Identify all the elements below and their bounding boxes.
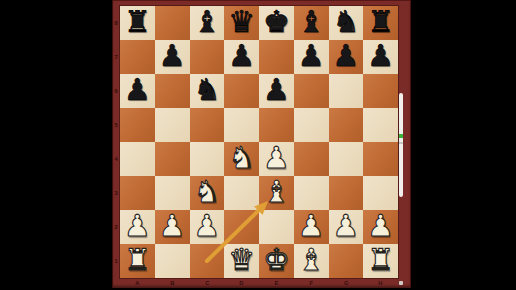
scrollbar-divider <box>399 142 403 144</box>
rank-label-1: 1 <box>114 251 119 271</box>
square-g7[interactable]: ♟ <box>329 40 364 74</box>
square-g6[interactable] <box>329 74 364 108</box>
square-d8[interactable]: ♛ <box>224 6 259 40</box>
square-a1[interactable]: ♜ <box>120 244 155 278</box>
square-a7[interactable] <box>120 40 155 74</box>
square-b3[interactable] <box>155 176 190 210</box>
square-d1[interactable]: ♛ <box>224 244 259 278</box>
scrollbar-end-speck <box>399 281 403 285</box>
square-e1[interactable]: ♚ <box>259 244 294 278</box>
rank-label-8: 8 <box>114 13 119 33</box>
square-g8[interactable]: ♞ <box>329 6 364 40</box>
black-pawn[interactable]: ♟ <box>159 40 186 73</box>
square-c1[interactable] <box>190 244 225 278</box>
square-c8[interactable]: ♝ <box>190 6 225 40</box>
black-bishop[interactable]: ♝ <box>298 6 325 39</box>
square-g4[interactable] <box>329 142 364 176</box>
square-e5[interactable] <box>259 108 294 142</box>
black-pawn[interactable]: ♟ <box>332 40 359 73</box>
black-queen[interactable]: ♛ <box>228 6 255 39</box>
file-label-D: D <box>232 280 252 286</box>
black-pawn[interactable]: ♟ <box>263 74 290 107</box>
square-g1[interactable] <box>329 244 364 278</box>
black-king[interactable]: ♚ <box>263 6 290 39</box>
black-pawn[interactable]: ♟ <box>367 40 394 73</box>
square-a4[interactable] <box>120 142 155 176</box>
chess-board: ♜♝♛♚♝♞♜♟♟♟♟♟♟♞♟♞♟♞♝♟♟♟♟♟♟♜♛♚♝♜ <box>120 6 398 278</box>
white-pawn[interactable]: ♟ <box>124 210 151 243</box>
square-h8[interactable]: ♜ <box>363 6 398 40</box>
square-a5[interactable] <box>120 108 155 142</box>
square-b2[interactable]: ♟ <box>155 210 190 244</box>
square-a2[interactable]: ♟ <box>120 210 155 244</box>
rank-label-5: 5 <box>114 115 119 135</box>
square-c5[interactable] <box>190 108 225 142</box>
file-label-B: B <box>162 280 182 286</box>
white-pawn[interactable]: ♟ <box>159 210 186 243</box>
file-label-F: F <box>301 280 321 286</box>
square-f6[interactable] <box>294 74 329 108</box>
scrollbar[interactable] <box>399 93 403 197</box>
square-g5[interactable] <box>329 108 364 142</box>
black-knight[interactable]: ♞ <box>193 74 220 107</box>
square-h6[interactable] <box>363 74 398 108</box>
white-pawn[interactable]: ♟ <box>298 210 325 243</box>
rank-label-4: 4 <box>114 149 119 169</box>
square-b6[interactable] <box>155 74 190 108</box>
white-bishop[interactable]: ♝ <box>263 176 290 209</box>
file-label-C: C <box>197 280 217 286</box>
square-h5[interactable] <box>363 108 398 142</box>
square-a6[interactable]: ♟ <box>120 74 155 108</box>
black-pawn[interactable]: ♟ <box>228 40 255 73</box>
square-f3[interactable] <box>294 176 329 210</box>
square-e3[interactable]: ♝ <box>259 176 294 210</box>
black-pawn[interactable]: ♟ <box>298 40 325 73</box>
file-label-A: A <box>127 280 147 286</box>
square-d6[interactable] <box>224 74 259 108</box>
square-f2[interactable]: ♟ <box>294 210 329 244</box>
square-e4[interactable]: ♟ <box>259 142 294 176</box>
square-h4[interactable] <box>363 142 398 176</box>
square-h7[interactable]: ♟ <box>363 40 398 74</box>
black-bishop[interactable]: ♝ <box>193 6 220 39</box>
square-g2[interactable]: ♟ <box>329 210 364 244</box>
white-pawn[interactable]: ♟ <box>332 210 359 243</box>
white-pawn[interactable]: ♟ <box>193 210 220 243</box>
square-b8[interactable] <box>155 6 190 40</box>
square-a3[interactable] <box>120 176 155 210</box>
white-king[interactable]: ♚ <box>263 244 290 277</box>
square-a8[interactable]: ♜ <box>120 6 155 40</box>
rank-label-7: 7 <box>114 47 119 67</box>
square-c4[interactable] <box>190 142 225 176</box>
rank-label-3: 3 <box>114 183 119 203</box>
square-c7[interactable] <box>190 40 225 74</box>
square-f1[interactable]: ♝ <box>294 244 329 278</box>
square-f8[interactable]: ♝ <box>294 6 329 40</box>
square-f4[interactable] <box>294 142 329 176</box>
white-pawn[interactable]: ♟ <box>263 142 290 175</box>
square-c3[interactable]: ♞ <box>190 176 225 210</box>
black-knight[interactable]: ♞ <box>332 6 359 39</box>
white-bishop[interactable]: ♝ <box>298 244 325 277</box>
black-rook[interactable]: ♜ <box>124 6 151 39</box>
file-label-G: G <box>336 280 356 286</box>
file-label-H: H <box>371 280 391 286</box>
square-d2[interactable] <box>224 210 259 244</box>
white-queen[interactable]: ♛ <box>228 244 255 277</box>
square-d4[interactable]: ♞ <box>224 142 259 176</box>
square-b1[interactable] <box>155 244 190 278</box>
page-background: ♜♝♛♚♝♞♜♟♟♟♟♟♟♞♟♞♟♞♝♟♟♟♟♟♟♜♛♚♝♜ 87654321A… <box>0 0 516 290</box>
white-rook[interactable]: ♜ <box>367 244 394 277</box>
square-b5[interactable] <box>155 108 190 142</box>
square-h3[interactable] <box>363 176 398 210</box>
square-c2[interactable]: ♟ <box>190 210 225 244</box>
square-e7[interactable] <box>259 40 294 74</box>
square-f7[interactable]: ♟ <box>294 40 329 74</box>
square-c6[interactable]: ♞ <box>190 74 225 108</box>
square-e2[interactable] <box>259 210 294 244</box>
square-h1[interactable]: ♜ <box>363 244 398 278</box>
white-knight[interactable]: ♞ <box>228 142 255 175</box>
square-d5[interactable] <box>224 108 259 142</box>
file-label-E: E <box>266 280 286 286</box>
square-e8[interactable]: ♚ <box>259 6 294 40</box>
white-pawn[interactable]: ♟ <box>367 210 394 243</box>
square-b4[interactable] <box>155 142 190 176</box>
white-knight[interactable]: ♞ <box>193 176 220 209</box>
rank-label-6: 6 <box>114 81 119 101</box>
square-d7[interactable]: ♟ <box>224 40 259 74</box>
square-f5[interactable] <box>294 108 329 142</box>
scrollbar-marker <box>399 134 403 138</box>
square-h2[interactable]: ♟ <box>363 210 398 244</box>
square-d3[interactable] <box>224 176 259 210</box>
square-b7[interactable]: ♟ <box>155 40 190 74</box>
square-g3[interactable] <box>329 176 364 210</box>
rank-label-2: 2 <box>114 217 119 237</box>
chess-board-frame: ♜♝♛♚♝♞♜♟♟♟♟♟♟♞♟♞♟♞♝♟♟♟♟♟♟♜♛♚♝♜ 87654321A… <box>112 0 411 288</box>
white-rook[interactable]: ♜ <box>124 244 151 277</box>
square-e6[interactable]: ♟ <box>259 74 294 108</box>
black-pawn[interactable]: ♟ <box>124 74 151 107</box>
black-rook[interactable]: ♜ <box>367 6 394 39</box>
